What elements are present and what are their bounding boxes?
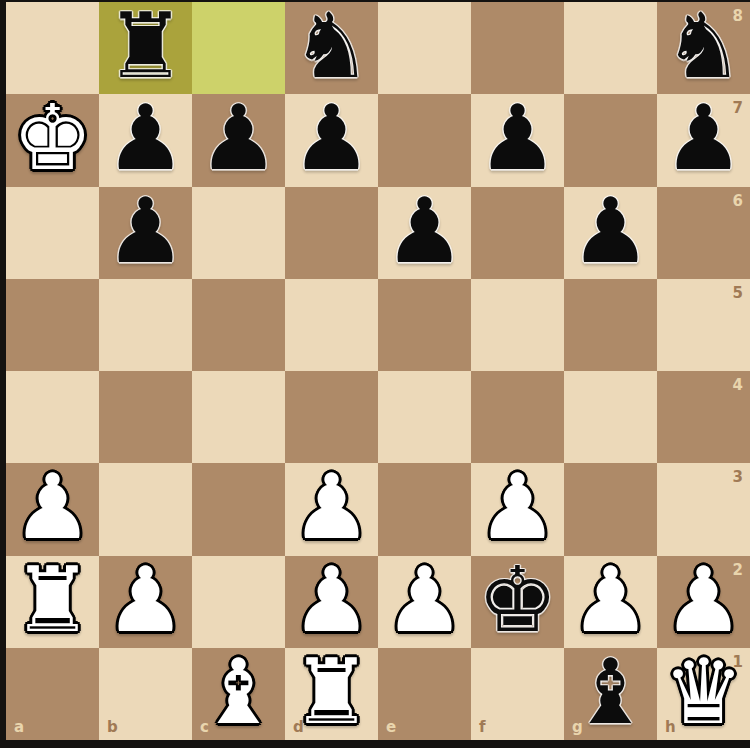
white-pawn-d2[interactable]: ♟ xyxy=(291,555,372,645)
white-pawn-h2[interactable]: ♟ xyxy=(663,555,744,645)
square-b4[interactable] xyxy=(99,371,192,463)
square-f2[interactable]: ♚ xyxy=(471,556,564,648)
square-a8[interactable] xyxy=(6,2,99,94)
square-a7[interactable]: ♚ xyxy=(6,94,99,186)
square-c7[interactable]: ♟ xyxy=(192,94,285,186)
square-c6[interactable] xyxy=(192,187,285,279)
square-a3[interactable]: ♟ xyxy=(6,463,99,555)
black-pawn-d7[interactable]: ♟ xyxy=(291,93,372,183)
square-a1[interactable]: a xyxy=(6,648,99,740)
black-king-f2[interactable]: ♚ xyxy=(477,555,558,645)
square-h6[interactable]: 6 xyxy=(657,187,750,279)
square-f7[interactable]: ♟ xyxy=(471,94,564,186)
square-h2[interactable]: 2♟ xyxy=(657,556,750,648)
chess-board: ♜♞8♞♚♟♟♟♟7♟♟♟♟654♟♟♟3♜♟♟♟♚♟2♟abc♝d♜efg♝1… xyxy=(6,2,750,740)
square-g4[interactable] xyxy=(564,371,657,463)
white-pawn-b2[interactable]: ♟ xyxy=(105,555,186,645)
white-bishop-c1[interactable]: ♝ xyxy=(198,647,279,737)
square-g6[interactable]: ♟ xyxy=(564,187,657,279)
white-queen-h1[interactable]: ♛ xyxy=(663,647,744,737)
square-d6[interactable] xyxy=(285,187,378,279)
black-pawn-g6[interactable]: ♟ xyxy=(570,186,651,276)
square-b2[interactable]: ♟ xyxy=(99,556,192,648)
square-h4[interactable]: 4 xyxy=(657,371,750,463)
square-d1[interactable]: d♜ xyxy=(285,648,378,740)
black-pawn-h7[interactable]: ♟ xyxy=(663,93,744,183)
square-d4[interactable] xyxy=(285,371,378,463)
black-pawn-c7[interactable]: ♟ xyxy=(198,93,279,183)
white-pawn-d3[interactable]: ♟ xyxy=(291,462,372,552)
rank-label-6: 6 xyxy=(733,194,743,209)
square-e8[interactable] xyxy=(378,2,471,94)
black-knight-d8[interactable]: ♞ xyxy=(291,1,372,91)
square-b6[interactable]: ♟ xyxy=(99,187,192,279)
square-b3[interactable] xyxy=(99,463,192,555)
square-d3[interactable]: ♟ xyxy=(285,463,378,555)
square-c5[interactable] xyxy=(192,279,285,371)
white-pawn-g2[interactable]: ♟ xyxy=(570,555,651,645)
square-h3[interactable]: 3 xyxy=(657,463,750,555)
white-pawn-a3[interactable]: ♟ xyxy=(12,462,93,552)
rank-label-4: 4 xyxy=(733,378,743,393)
square-c4[interactable] xyxy=(192,371,285,463)
white-rook-d1[interactable]: ♜ xyxy=(291,647,372,737)
square-h8[interactable]: 8♞ xyxy=(657,2,750,94)
square-f6[interactable] xyxy=(471,187,564,279)
file-label-a: a xyxy=(14,720,24,735)
square-f3[interactable]: ♟ xyxy=(471,463,564,555)
square-c3[interactable] xyxy=(192,463,285,555)
square-c1[interactable]: c♝ xyxy=(192,648,285,740)
square-d2[interactable]: ♟ xyxy=(285,556,378,648)
square-g8[interactable] xyxy=(564,2,657,94)
white-pawn-e2[interactable]: ♟ xyxy=(384,555,465,645)
square-a2[interactable]: ♜ xyxy=(6,556,99,648)
square-a6[interactable] xyxy=(6,187,99,279)
square-h7[interactable]: 7♟ xyxy=(657,94,750,186)
square-h5[interactable]: 5 xyxy=(657,279,750,371)
rank-label-3: 3 xyxy=(733,470,743,485)
square-g5[interactable] xyxy=(564,279,657,371)
square-e2[interactable]: ♟ xyxy=(378,556,471,648)
square-f5[interactable] xyxy=(471,279,564,371)
square-e3[interactable] xyxy=(378,463,471,555)
black-pawn-e6[interactable]: ♟ xyxy=(384,186,465,276)
square-f4[interactable] xyxy=(471,371,564,463)
square-e1[interactable]: e xyxy=(378,648,471,740)
file-label-f: f xyxy=(479,720,486,735)
square-d7[interactable]: ♟ xyxy=(285,94,378,186)
square-e4[interactable] xyxy=(378,371,471,463)
square-h1[interactable]: 1h♛ xyxy=(657,648,750,740)
square-c2[interactable] xyxy=(192,556,285,648)
square-g1[interactable]: g♝ xyxy=(564,648,657,740)
square-g2[interactable]: ♟ xyxy=(564,556,657,648)
black-knight-h8[interactable]: ♞ xyxy=(663,1,744,91)
square-d5[interactable] xyxy=(285,279,378,371)
black-pawn-b6[interactable]: ♟ xyxy=(105,186,186,276)
white-pawn-f3[interactable]: ♟ xyxy=(477,462,558,552)
white-king-a7[interactable]: ♚ xyxy=(12,93,93,183)
black-rook-b8[interactable]: ♜ xyxy=(105,1,186,91)
square-a4[interactable] xyxy=(6,371,99,463)
square-g3[interactable] xyxy=(564,463,657,555)
square-b7[interactable]: ♟ xyxy=(99,94,192,186)
square-f8[interactable] xyxy=(471,2,564,94)
square-e6[interactable]: ♟ xyxy=(378,187,471,279)
rank-label-5: 5 xyxy=(733,286,743,301)
square-e5[interactable] xyxy=(378,279,471,371)
square-b5[interactable] xyxy=(99,279,192,371)
square-f1[interactable]: f xyxy=(471,648,564,740)
square-c8[interactable] xyxy=(192,2,285,94)
square-b8[interactable]: ♜ xyxy=(99,2,192,94)
black-bishop-g1[interactable]: ♝ xyxy=(570,647,651,737)
chess-app-stage: ♜♞8♞♚♟♟♟♟7♟♟♟♟654♟♟♟3♜♟♟♟♚♟2♟abc♝d♜efg♝1… xyxy=(0,0,750,748)
black-pawn-b7[interactable]: ♟ xyxy=(105,93,186,183)
white-rook-a2[interactable]: ♜ xyxy=(12,555,93,645)
file-label-e: e xyxy=(386,720,396,735)
square-b1[interactable]: b xyxy=(99,648,192,740)
square-d8[interactable]: ♞ xyxy=(285,2,378,94)
file-label-b: b xyxy=(107,720,118,735)
black-pawn-f7[interactable]: ♟ xyxy=(477,93,558,183)
square-a5[interactable] xyxy=(6,279,99,371)
square-e7[interactable] xyxy=(378,94,471,186)
square-g7[interactable] xyxy=(564,94,657,186)
